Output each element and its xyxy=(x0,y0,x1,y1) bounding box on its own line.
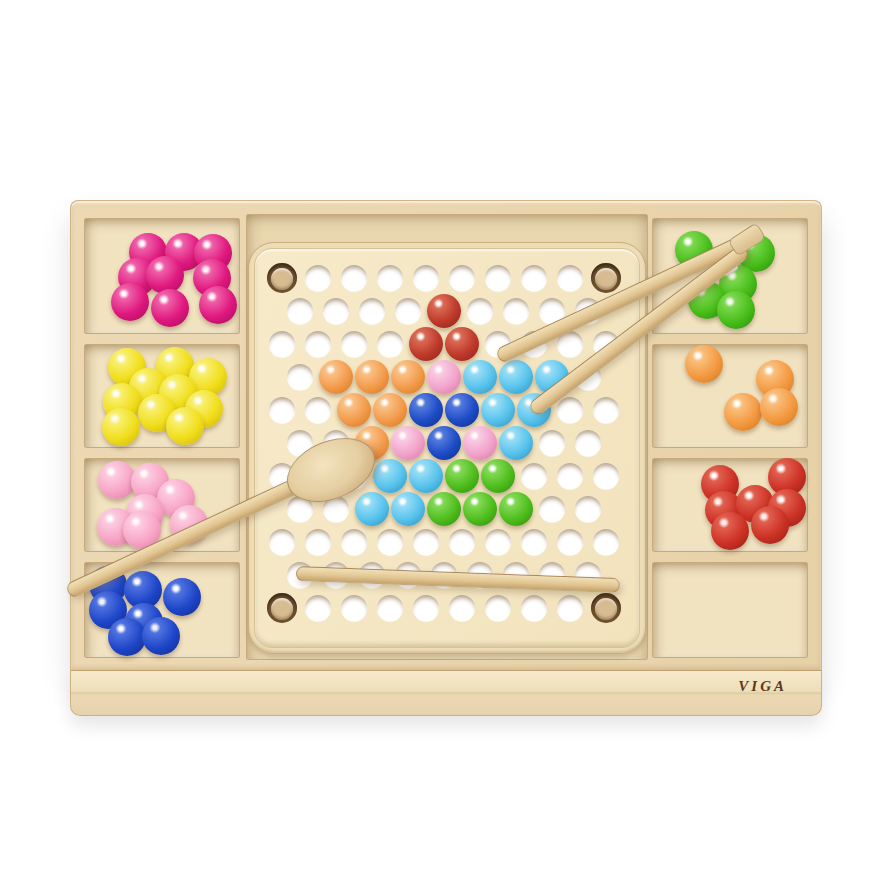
hole-r0c4 xyxy=(413,265,439,291)
corner-peg-hole-r10c0 xyxy=(267,593,297,623)
corner-peg-hole-r0c9 xyxy=(591,263,621,293)
hole-r4c1 xyxy=(305,397,331,423)
hole-r10c4 xyxy=(413,595,439,621)
ball-red-7 xyxy=(751,506,789,544)
corner-peg xyxy=(595,268,617,290)
hole-r4c0 xyxy=(269,397,295,423)
ball-yellow-10 xyxy=(102,408,140,446)
hole-r2c2 xyxy=(341,331,367,357)
tray-front-edge: VIGA xyxy=(70,670,822,716)
bead-pink-r5c3 xyxy=(391,426,425,460)
scene: VIGA xyxy=(0,0,896,896)
bead-orange-r3c3 xyxy=(391,360,425,394)
corner-peg xyxy=(595,598,617,620)
bead-dark-blue-r5c4 xyxy=(427,426,461,460)
bead-orange-r4c3 xyxy=(373,393,407,427)
bead-dark-red-r1c4 xyxy=(427,294,461,328)
ball-magenta-7 xyxy=(111,283,149,321)
hole-r8c3 xyxy=(377,529,403,555)
hole-r8c4 xyxy=(413,529,439,555)
ball-orange-3 xyxy=(724,393,762,431)
bead-sky-blue-r7c3 xyxy=(391,492,425,526)
hole-r8c9 xyxy=(593,529,619,555)
hole-r10c8 xyxy=(557,595,583,621)
hole-r1c2 xyxy=(359,298,385,324)
hole-r0c2 xyxy=(341,265,367,291)
ball-yellow-9 xyxy=(166,407,204,445)
hole-r6c8 xyxy=(557,463,583,489)
bead-green-r7c4 xyxy=(427,492,461,526)
hole-r1c3 xyxy=(395,298,421,324)
bead-green-r7c5 xyxy=(463,492,497,526)
hole-r2c0 xyxy=(269,331,295,357)
bead-sky-blue-r5c6 xyxy=(499,426,533,460)
corner-peg-hole-r10c9 xyxy=(591,593,621,623)
hole-r8c0 xyxy=(269,529,295,555)
ball-blue-7 xyxy=(142,617,180,655)
hole-r4c9 xyxy=(593,397,619,423)
hole-r1c1 xyxy=(323,298,349,324)
hole-r10c5 xyxy=(449,595,475,621)
bead-sky-blue-r7c2 xyxy=(355,492,389,526)
bead-sky-blue-r6c4 xyxy=(409,459,443,493)
bead-orange-r3c2 xyxy=(355,360,389,394)
hole-r3c0 xyxy=(287,364,313,390)
corner-peg xyxy=(271,268,293,290)
hole-r4c8 xyxy=(557,397,583,423)
hole-r0c1 xyxy=(305,265,331,291)
ball-blue-3 xyxy=(163,578,201,616)
hole-r0c8 xyxy=(557,265,583,291)
hole-r8c1 xyxy=(305,529,331,555)
hole-r5c7 xyxy=(539,430,565,456)
bead-sky-blue-r4c6 xyxy=(481,393,515,427)
ball-orange-1 xyxy=(685,345,723,383)
bead-green-r7c6 xyxy=(499,492,533,526)
hole-r10c2 xyxy=(341,595,367,621)
ball-green-5 xyxy=(717,291,755,329)
hole-r10c7 xyxy=(521,595,547,621)
hole-r0c7 xyxy=(521,265,547,291)
ball-red-6 xyxy=(711,512,749,550)
hole-r7c7 xyxy=(539,496,565,522)
hole-r5c8 xyxy=(575,430,601,456)
bead-sky-blue-r3c6 xyxy=(499,360,533,394)
bead-green-r6c6 xyxy=(481,459,515,493)
hole-r0c5 xyxy=(449,265,475,291)
bead-pink-r3c4 xyxy=(427,360,461,394)
hole-r1c6 xyxy=(503,298,529,324)
bead-pink-r5c5 xyxy=(463,426,497,460)
hole-r10c1 xyxy=(305,595,331,621)
hole-r0c3 xyxy=(377,265,403,291)
bead-sky-blue-r3c5 xyxy=(463,360,497,394)
hole-r2c1 xyxy=(305,331,331,357)
brand-logo: VIGA xyxy=(738,678,787,695)
bead-dark-blue-r4c5 xyxy=(445,393,479,427)
hole-r8c7 xyxy=(521,529,547,555)
hole-r8c6 xyxy=(485,529,511,555)
ball-blue-6 xyxy=(108,618,146,656)
bead-green-r6c5 xyxy=(445,459,479,493)
hole-r1c5 xyxy=(467,298,493,324)
tray-box-empty xyxy=(652,562,808,658)
hole-r8c8 xyxy=(557,529,583,555)
hole-r6c7 xyxy=(521,463,547,489)
hole-r8c2 xyxy=(341,529,367,555)
bead-dark-red-r2c4 xyxy=(409,327,443,361)
hole-r10c3 xyxy=(377,595,403,621)
ball-magenta-8 xyxy=(151,289,189,327)
ball-orange-4 xyxy=(760,388,798,426)
bead-dark-red-r2c5 xyxy=(445,327,479,361)
ball-magenta-5 xyxy=(146,256,184,294)
hole-r1c0 xyxy=(287,298,313,324)
corner-peg xyxy=(271,598,293,620)
hole-r10c6 xyxy=(485,595,511,621)
hole-r6c9 xyxy=(593,463,619,489)
bead-dark-blue-r4c4 xyxy=(409,393,443,427)
hole-r2c3 xyxy=(377,331,403,357)
bead-sky-blue-r6c3 xyxy=(373,459,407,493)
corner-peg-hole-r0c0 xyxy=(267,263,297,293)
hole-r0c6 xyxy=(485,265,511,291)
ball-magenta-9 xyxy=(199,286,237,324)
bead-orange-r4c2 xyxy=(337,393,371,427)
hole-r8c5 xyxy=(449,529,475,555)
hole-r7c8 xyxy=(575,496,601,522)
bead-orange-r3c1 xyxy=(319,360,353,394)
